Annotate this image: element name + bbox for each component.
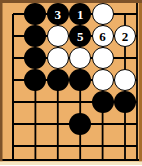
stone-white-move-6: 6 (92, 25, 114, 47)
frame-bottom (0, 162, 142, 166)
stone-black-move-3: 3 (47, 3, 69, 25)
stone-black (92, 91, 114, 113)
stone-black (47, 69, 69, 91)
frame-top (0, 0, 142, 3)
frame-right (139, 3, 142, 162)
stone-white-move-2: 2 (114, 25, 136, 47)
stone-white (92, 47, 114, 69)
stone-black (114, 91, 136, 113)
stone-white (92, 3, 114, 25)
stone-white (47, 25, 69, 47)
stone-white (92, 69, 114, 91)
go-board-diagram: 31562 (0, 0, 142, 165)
stone-white (47, 47, 69, 69)
stone-white (114, 69, 136, 91)
frame-left (0, 3, 3, 162)
